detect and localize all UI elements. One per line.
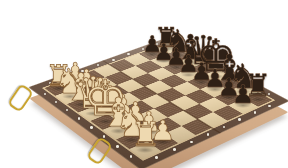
frame-coordinate-dot xyxy=(254,111,256,113)
frame-coordinate-dot xyxy=(130,155,133,158)
frame-coordinate-dot xyxy=(112,59,114,61)
frame-coordinate-dot xyxy=(66,109,68,111)
frame-coordinate-dot xyxy=(223,126,226,129)
frame-coordinate-dot xyxy=(190,141,193,144)
frame-coordinate-dot xyxy=(127,53,129,55)
piece-black-pawn-h7[interactable]: ♟ xyxy=(221,82,266,108)
frame-coordinate-dot xyxy=(173,148,176,151)
chess-set-photo: ♜♞♝♛♚♝♞♜♟♟♟♟♟♟♟♟♟♟♟♟♟♟♟♟♜♞♝♛♚♝♞♜ xyxy=(0,0,288,168)
overlay-layer: ♜♞♝♛♚♝♞♜♟♟♟♟♟♟♟♟♟♟♟♟♟♟♟♟♜♞♝♛♚♝♞♜ xyxy=(0,0,288,168)
frame-coordinate-dot xyxy=(268,105,270,107)
frame-coordinate-dot xyxy=(207,133,210,136)
piece-white-rook-h1[interactable]: ♜ xyxy=(121,118,170,152)
frame-coordinate-dot xyxy=(238,118,241,121)
frame-coordinate-dot xyxy=(155,156,158,159)
frame-coordinate-dot xyxy=(116,145,119,148)
brass-clasp-left xyxy=(7,83,34,113)
